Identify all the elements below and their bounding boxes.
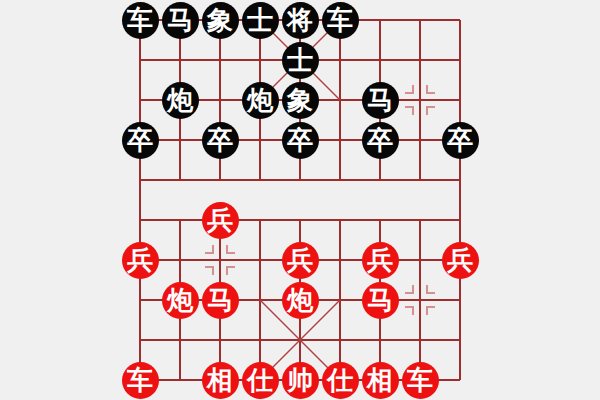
piece-glyph: 卒 bbox=[367, 127, 393, 153]
piece-red-soldier[interactable]: 兵 bbox=[442, 242, 479, 279]
star-corner bbox=[405, 306, 414, 315]
piece-black-soldier[interactable]: 卒 bbox=[442, 122, 479, 159]
star-point-marker bbox=[400, 80, 440, 120]
piece-glyph: 兵 bbox=[127, 247, 153, 273]
piece-red-general[interactable]: 帅 bbox=[282, 362, 319, 399]
piece-black-advisor[interactable]: 士 bbox=[242, 2, 279, 39]
piece-black-advisor[interactable]: 士 bbox=[282, 42, 319, 79]
piece-glyph: 车 bbox=[127, 367, 153, 393]
star-corner bbox=[426, 85, 435, 94]
piece-glyph: 兵 bbox=[447, 247, 473, 273]
board-intersections[interactable]: 车马象士将车士炮炮象马卒卒卒卒卒兵兵兵兵兵炮马炮马车相仕帅仕相车 bbox=[120, 0, 480, 400]
piece-glyph: 卒 bbox=[207, 127, 233, 153]
piece-glyph: 卒 bbox=[127, 127, 153, 153]
piece-glyph: 马 bbox=[207, 287, 233, 313]
star-corner bbox=[426, 285, 435, 294]
star-corner bbox=[405, 106, 414, 115]
piece-red-soldier[interactable]: 兵 bbox=[362, 242, 399, 279]
star-corner bbox=[405, 85, 414, 94]
piece-glyph: 兵 bbox=[367, 247, 393, 273]
piece-black-cannon[interactable]: 炮 bbox=[242, 82, 279, 119]
piece-glyph: 卒 bbox=[287, 127, 313, 153]
piece-glyph: 象 bbox=[287, 87, 313, 113]
piece-glyph: 士 bbox=[247, 7, 273, 33]
star-corner bbox=[405, 285, 414, 294]
piece-black-soldier[interactable]: 卒 bbox=[122, 122, 159, 159]
piece-black-soldier[interactable]: 卒 bbox=[202, 122, 239, 159]
piece-glyph: 士 bbox=[287, 47, 313, 73]
piece-black-elephant[interactable]: 象 bbox=[282, 82, 319, 119]
piece-glyph: 仕 bbox=[327, 367, 353, 393]
piece-glyph: 相 bbox=[207, 367, 233, 393]
piece-glyph: 帅 bbox=[287, 367, 313, 393]
piece-black-horse[interactable]: 马 bbox=[362, 82, 399, 119]
piece-black-chariot[interactable]: 车 bbox=[322, 2, 359, 39]
star-corner bbox=[226, 266, 235, 275]
piece-red-advisor[interactable]: 仕 bbox=[322, 362, 359, 399]
piece-black-general[interactable]: 将 bbox=[282, 2, 319, 39]
piece-glyph: 马 bbox=[367, 287, 393, 313]
star-corner bbox=[226, 245, 235, 254]
piece-glyph: 炮 bbox=[167, 87, 193, 113]
piece-glyph: 炮 bbox=[247, 87, 273, 113]
piece-red-elephant[interactable]: 相 bbox=[202, 362, 239, 399]
piece-red-soldier[interactable]: 兵 bbox=[282, 242, 319, 279]
piece-black-cannon[interactable]: 炮 bbox=[162, 82, 199, 119]
piece-red-soldier[interactable]: 兵 bbox=[122, 242, 159, 279]
piece-glyph: 仕 bbox=[247, 367, 273, 393]
piece-glyph: 车 bbox=[327, 7, 353, 33]
piece-glyph: 车 bbox=[407, 367, 433, 393]
star-corner bbox=[205, 266, 214, 275]
piece-red-soldier[interactable]: 兵 bbox=[202, 202, 239, 239]
star-point-marker bbox=[200, 240, 240, 280]
piece-glyph: 相 bbox=[367, 367, 393, 393]
piece-black-soldier[interactable]: 卒 bbox=[282, 122, 319, 159]
piece-glyph: 将 bbox=[287, 7, 313, 33]
piece-glyph: 卒 bbox=[447, 127, 473, 153]
star-corner bbox=[205, 245, 214, 254]
piece-glyph: 车 bbox=[127, 7, 153, 33]
piece-red-advisor[interactable]: 仕 bbox=[242, 362, 279, 399]
piece-glyph: 马 bbox=[167, 7, 193, 33]
xiangqi-board: 车马象士将车士炮炮象马卒卒卒卒卒兵兵兵兵兵炮马炮马车相仕帅仕相车 bbox=[0, 0, 600, 400]
piece-red-chariot[interactable]: 车 bbox=[402, 362, 439, 399]
piece-glyph: 兵 bbox=[287, 247, 313, 273]
piece-red-horse[interactable]: 马 bbox=[362, 282, 399, 319]
piece-red-elephant[interactable]: 相 bbox=[362, 362, 399, 399]
piece-black-soldier[interactable]: 卒 bbox=[362, 122, 399, 159]
star-corner bbox=[426, 106, 435, 115]
piece-glyph: 炮 bbox=[287, 287, 313, 313]
piece-glyph: 兵 bbox=[207, 207, 233, 233]
piece-glyph: 象 bbox=[207, 7, 233, 33]
piece-glyph: 炮 bbox=[167, 287, 193, 313]
piece-red-chariot[interactable]: 车 bbox=[122, 362, 159, 399]
piece-black-elephant[interactable]: 象 bbox=[202, 2, 239, 39]
piece-red-horse[interactable]: 马 bbox=[202, 282, 239, 319]
piece-black-horse[interactable]: 马 bbox=[162, 2, 199, 39]
piece-red-cannon[interactable]: 炮 bbox=[282, 282, 319, 319]
star-point-marker bbox=[400, 280, 440, 320]
piece-black-chariot[interactable]: 车 bbox=[122, 2, 159, 39]
star-corner bbox=[426, 306, 435, 315]
piece-glyph: 马 bbox=[367, 87, 393, 113]
piece-red-cannon[interactable]: 炮 bbox=[162, 282, 199, 319]
